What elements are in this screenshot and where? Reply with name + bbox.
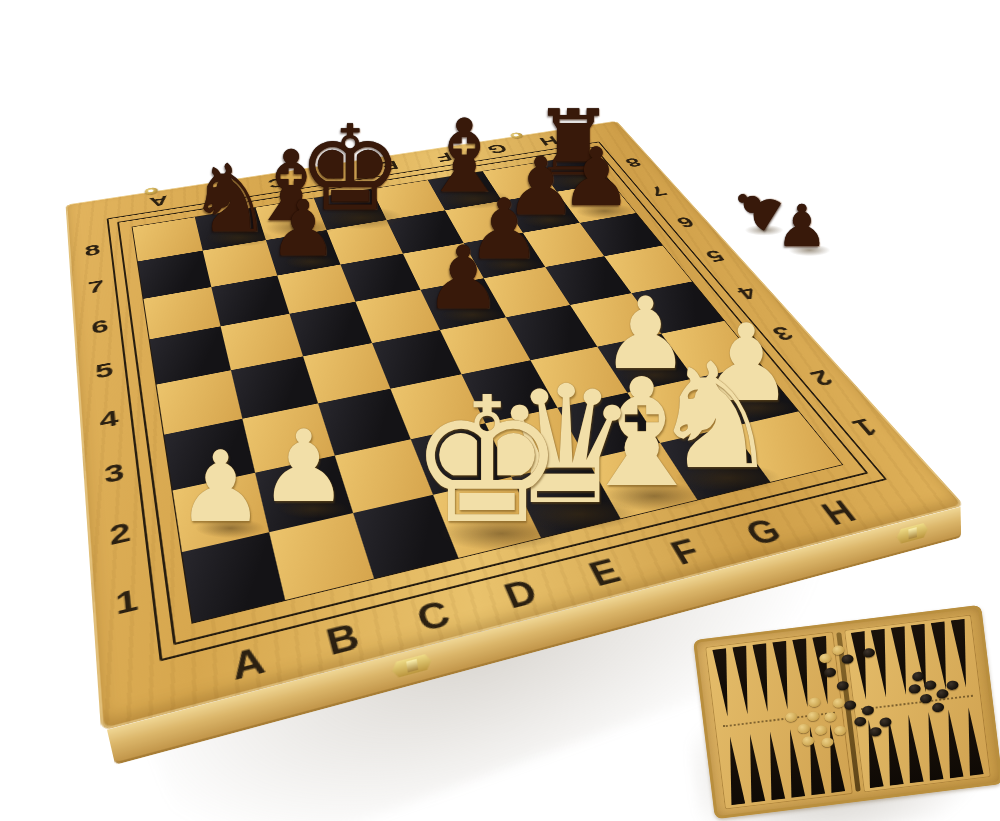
- tan-checker: [814, 725, 827, 736]
- clasp-icon: [391, 653, 433, 679]
- black-checker: [824, 667, 837, 678]
- black-checker: [932, 702, 945, 713]
- black-checker: [844, 699, 857, 710]
- tan-checker: [823, 712, 836, 723]
- tan-checker: [808, 697, 821, 708]
- tan-checker: [797, 723, 810, 734]
- tan-checker: [785, 712, 798, 723]
- tan-checker: [833, 726, 846, 737]
- clasp-icon: [897, 522, 929, 545]
- tan-checker: [832, 645, 845, 656]
- black-checker: [862, 648, 875, 659]
- black-checker: [908, 683, 921, 694]
- black-checker: [854, 716, 867, 727]
- tan-checker: [819, 653, 832, 664]
- checkers-layer: [703, 614, 993, 810]
- black-checker: [946, 680, 959, 691]
- dark-pawn-offboard: ♟: [776, 197, 828, 255]
- black-checker: [879, 717, 892, 728]
- black-checker: [869, 726, 882, 737]
- black-checker: [861, 706, 874, 717]
- black-checker: [936, 688, 949, 699]
- black-checker: [924, 680, 937, 691]
- backgammon-case: [693, 605, 1000, 819]
- dark-pawn-offboard: ♟: [721, 172, 792, 242]
- tan-checker: [807, 711, 820, 722]
- black-checker: [836, 681, 849, 692]
- black-checker: [920, 693, 933, 704]
- black-checker: [841, 654, 854, 665]
- product-photo-scene: ABCDEFGH ABCDEFGH 87654321 87654321 ♜♝♟♚…: [0, 0, 1000, 821]
- backgammon-inset: [693, 605, 1000, 819]
- tan-checker: [802, 736, 815, 747]
- tan-checker: [821, 737, 834, 748]
- black-checker: [912, 671, 925, 682]
